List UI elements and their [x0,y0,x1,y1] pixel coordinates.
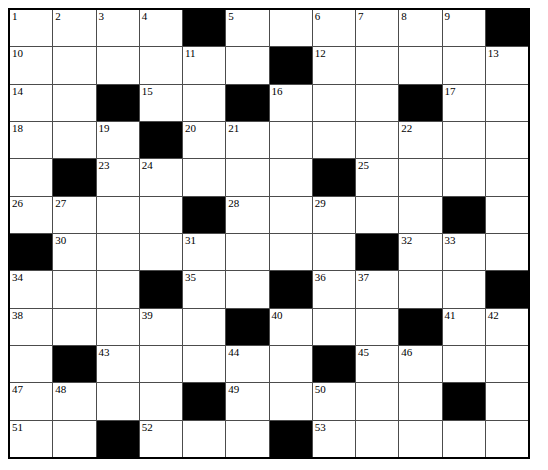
cell-r4c8[interactable] [313,122,355,158]
cell-r5c5[interactable] [183,159,225,195]
cell-r12c6[interactable] [226,421,268,457]
cell-r9c9[interactable] [356,309,398,345]
clue-number: 47 [12,383,23,396]
crossword-grid: 1234567891011121314151617181920212223242… [8,8,530,459]
cell-r2c5[interactable]: 11 [183,47,225,83]
clue-number: 17 [445,85,456,98]
cell-r5c6[interactable] [226,159,268,195]
cell-r6c10[interactable] [399,197,441,233]
cell-r4c7[interactable] [270,122,312,158]
cell-r2c10[interactable] [399,47,441,83]
black-cell-r8c4 [140,271,182,307]
cell-r7c7[interactable] [270,234,312,270]
cell-r12c1[interactable]: 51 [10,421,52,457]
black-cell-r9c10 [399,309,441,345]
cell-r3c12[interactable] [486,85,528,121]
cell-r6c12[interactable] [486,197,528,233]
clue-number: 10 [12,47,23,60]
cell-r12c10[interactable] [399,421,441,457]
cell-r8c11[interactable] [443,271,485,307]
cell-r10c3[interactable]: 43 [97,346,139,382]
black-cell-r1c5 [183,10,225,46]
black-cell-r12c3 [97,421,139,457]
cell-r5c7[interactable] [270,159,312,195]
cell-r6c6[interactable]: 28 [226,197,268,233]
cell-r4c5[interactable]: 20 [183,122,225,158]
cell-r10c6[interactable]: 44 [226,346,268,382]
clue-number: 18 [12,122,23,135]
clue-number: 4 [142,10,148,23]
cell-r2c1[interactable]: 10 [10,47,52,83]
cell-r11c9[interactable] [356,383,398,419]
cell-r9c2[interactable] [53,309,95,345]
clue-number: 3 [99,10,105,23]
cell-r12c4[interactable]: 52 [140,421,182,457]
cell-r1c1[interactable]: 1 [10,10,52,46]
cell-r11c7[interactable] [270,383,312,419]
cell-r7c10[interactable]: 32 [399,234,441,270]
cell-r6c4[interactable] [140,197,182,233]
cell-r8c1[interactable]: 34 [10,271,52,307]
cell-r7c11[interactable]: 33 [443,234,485,270]
cell-r4c1[interactable]: 18 [10,122,52,158]
cell-r6c1[interactable]: 26 [10,197,52,233]
clue-number: 9 [445,10,451,23]
cell-r7c5[interactable]: 31 [183,234,225,270]
cell-r9c5[interactable] [183,309,225,345]
black-cell-r5c8 [313,159,355,195]
clue-number: 19 [99,122,110,135]
cell-r7c4[interactable] [140,234,182,270]
cell-r9c11[interactable]: 41 [443,309,485,345]
cell-r5c9[interactable]: 25 [356,159,398,195]
clue-number: 1 [12,10,18,23]
cell-r9c7[interactable]: 40 [270,309,312,345]
cell-r8c9[interactable]: 37 [356,271,398,307]
black-cell-r3c10 [399,85,441,121]
cell-r5c1[interactable] [10,159,52,195]
clue-number: 12 [315,47,326,60]
cell-r8c2[interactable] [53,271,95,307]
black-cell-r10c8 [313,346,355,382]
cell-r5c4[interactable]: 24 [140,159,182,195]
cell-r2c4[interactable] [140,47,182,83]
clue-number: 42 [488,309,499,322]
black-cell-r3c6 [226,85,268,121]
clue-number: 50 [315,383,326,396]
clue-number: 44 [228,346,239,359]
black-cell-r4c4 [140,122,182,158]
cell-r11c2[interactable]: 48 [53,383,95,419]
cell-r7c3[interactable] [97,234,139,270]
cell-r1c3[interactable]: 3 [97,10,139,46]
cell-r7c6[interactable] [226,234,268,270]
cell-r4c6[interactable]: 21 [226,122,268,158]
clue-number: 52 [142,421,153,434]
cell-r3c11[interactable]: 17 [443,85,485,121]
cell-r10c5[interactable] [183,346,225,382]
cell-r9c3[interactable] [97,309,139,345]
cell-r6c2[interactable]: 27 [53,197,95,233]
cell-r10c12[interactable] [486,346,528,382]
clue-number: 28 [228,197,239,210]
cell-r3c5[interactable] [183,85,225,121]
clue-number: 38 [12,309,23,322]
cell-r3c2[interactable] [53,85,95,121]
black-cell-r10c2 [53,346,95,382]
clue-number: 7 [358,10,364,23]
cell-r1c7[interactable] [270,10,312,46]
clue-number: 8 [401,10,407,23]
cell-r4c12[interactable] [486,122,528,158]
cell-r12c2[interactable] [53,421,95,457]
cell-r12c9[interactable] [356,421,398,457]
clue-number: 51 [12,421,23,434]
cell-r7c8[interactable] [313,234,355,270]
cell-r8c8[interactable]: 36 [313,271,355,307]
cell-r1c4[interactable]: 4 [140,10,182,46]
cell-r2c2[interactable] [53,47,95,83]
black-cell-r2c7 [270,47,312,83]
cell-r6c8[interactable]: 29 [313,197,355,233]
clue-number: 49 [228,383,239,396]
black-cell-r8c7 [270,271,312,307]
black-cell-r12c7 [270,421,312,457]
clue-number: 53 [315,421,326,434]
clue-number: 15 [142,85,153,98]
cell-r2c11[interactable] [443,47,485,83]
clue-number: 31 [185,234,196,247]
cell-r9c12[interactable]: 42 [486,309,528,345]
clue-number: 24 [142,159,153,172]
cell-r4c11[interactable] [443,122,485,158]
cell-r2c8[interactable]: 12 [313,47,355,83]
black-cell-r11c11 [443,383,485,419]
black-cell-r7c9 [356,234,398,270]
clue-number: 2 [55,10,61,23]
cell-r8c10[interactable] [399,271,441,307]
cell-r2c9[interactable] [356,47,398,83]
cell-r3c9[interactable] [356,85,398,121]
cell-r9c8[interactable] [313,309,355,345]
cell-r11c6[interactable]: 49 [226,383,268,419]
cell-r1c9[interactable]: 7 [356,10,398,46]
cell-r12c5[interactable] [183,421,225,457]
clue-number: 26 [12,197,23,210]
black-cell-r7c1 [10,234,52,270]
clue-number: 23 [99,159,110,172]
clue-number: 34 [12,271,23,284]
cell-r6c3[interactable] [97,197,139,233]
clue-number: 36 [315,271,326,284]
clue-number: 5 [228,10,234,23]
clue-number: 39 [142,309,153,322]
clue-number: 11 [185,47,196,60]
cell-r4c10[interactable]: 22 [399,122,441,158]
cell-r10c9[interactable]: 45 [356,346,398,382]
cell-r2c3[interactable] [97,47,139,83]
clue-number: 29 [315,197,326,210]
clue-number: 46 [401,346,412,359]
black-cell-r5c2 [53,159,95,195]
clue-number: 48 [55,383,66,396]
cell-r5c10[interactable] [399,159,441,195]
clue-number: 25 [358,159,369,172]
clue-number: 13 [488,47,499,60]
clue-number: 45 [358,346,369,359]
cell-r1c10[interactable]: 8 [399,10,441,46]
cell-r9c1[interactable]: 38 [10,309,52,345]
clue-number: 16 [272,85,283,98]
clue-number: 41 [445,309,456,322]
clue-number: 14 [12,85,23,98]
cell-r3c8[interactable] [313,85,355,121]
cell-r11c10[interactable] [399,383,441,419]
cell-r7c2[interactable]: 30 [53,234,95,270]
cell-r9c4[interactable]: 39 [140,309,182,345]
cell-r3c7[interactable]: 16 [270,85,312,121]
clue-number: 22 [401,122,412,135]
black-cell-r11c5 [183,383,225,419]
black-cell-r3c3 [97,85,139,121]
clue-number: 30 [55,234,66,247]
cell-r1c6[interactable]: 5 [226,10,268,46]
cell-r3c1[interactable]: 14 [10,85,52,121]
cell-r6c9[interactable] [356,197,398,233]
cell-r11c12[interactable] [486,383,528,419]
black-cell-r6c11 [443,197,485,233]
cell-r1c8[interactable]: 6 [313,10,355,46]
cell-r2c12[interactable]: 13 [486,47,528,83]
clue-number: 27 [55,197,66,210]
cell-r8c5[interactable]: 35 [183,271,225,307]
cell-r1c11[interactable]: 9 [443,10,485,46]
clue-number: 21 [228,122,239,135]
clue-number: 37 [358,271,369,284]
cell-r4c9[interactable] [356,122,398,158]
cell-r5c11[interactable] [443,159,485,195]
cell-r8c3[interactable] [97,271,139,307]
cell-r6c7[interactable] [270,197,312,233]
black-cell-r9c6 [226,309,268,345]
cell-r10c4[interactable] [140,346,182,382]
cell-r5c12[interactable] [486,159,528,195]
cell-r11c4[interactable] [140,383,182,419]
black-cell-r6c5 [183,197,225,233]
clue-number: 43 [99,346,110,359]
cell-r12c12[interactable] [486,421,528,457]
clue-number: 40 [272,309,283,322]
cell-r8c6[interactable] [226,271,268,307]
cell-r10c11[interactable] [443,346,485,382]
cell-r11c8[interactable]: 50 [313,383,355,419]
cell-r5c3[interactable]: 23 [97,159,139,195]
cell-r4c2[interactable] [53,122,95,158]
cell-r3c4[interactable]: 15 [140,85,182,121]
cell-r10c1[interactable] [10,346,52,382]
cell-r11c3[interactable] [97,383,139,419]
cell-r12c8[interactable]: 53 [313,421,355,457]
clue-number: 32 [401,234,412,247]
cell-r7c12[interactable] [486,234,528,270]
black-cell-r8c12 [486,271,528,307]
cell-r1c2[interactable]: 2 [53,10,95,46]
cell-r2c6[interactable] [226,47,268,83]
black-cell-r1c12 [486,10,528,46]
cell-r10c7[interactable] [270,346,312,382]
cell-r4c3[interactable]: 19 [97,122,139,158]
cell-r11c1[interactable]: 47 [10,383,52,419]
clue-number: 35 [185,271,196,284]
clue-number: 33 [445,234,456,247]
clue-number: 6 [315,10,321,23]
cell-r12c11[interactable] [443,421,485,457]
cell-r10c10[interactable]: 46 [399,346,441,382]
clue-number: 20 [185,122,196,135]
